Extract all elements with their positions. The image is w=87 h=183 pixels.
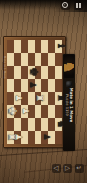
white-rook[interactable]: ♜ [35, 94, 45, 103]
knight-icon: ♞ [64, 60, 75, 73]
black-pawn[interactable]: ♟ [43, 133, 52, 141]
app-screen: ♝♚♟♟♜♜♚♟♞♜♟♟ Mate in 1 Move ♞ Mate in 1 … [0, 0, 87, 183]
white-pawn[interactable]: ♟ [22, 107, 31, 115]
puzzle-panel: ♞ Mate in 1 Move Puzzle 1159 [63, 54, 75, 151]
pause-button[interactable] [74, 1, 83, 10]
puzzle-title: Mate in 1 Move [69, 75, 74, 135]
puzzle-text: Mate in 1 Move Puzzle 1159 [64, 75, 74, 135]
next-move-button[interactable]: ▷ [63, 164, 72, 173]
previous-icon: ◁ [54, 165, 59, 172]
gear-icon [62, 2, 69, 9]
white-pawn[interactable]: ♟ [15, 133, 24, 141]
black-pawn[interactable]: ♟ [29, 82, 38, 90]
next-icon: ▷ [65, 165, 70, 172]
previous-move-button[interactable]: ◁ [52, 164, 61, 173]
board-frame-watermark: Mate in 1 Move [3, 56, 6, 82]
white-king[interactable]: ♚ [7, 106, 18, 116]
black-king[interactable]: ♚ [28, 67, 39, 77]
pieces-layer: ♝♚♟♟♜♜♚♟♞♜♟♟ [7, 40, 62, 144]
chess-board: ♝♚♟♟♜♜♚♟♞♜♟♟ [3, 36, 66, 148]
undo-button[interactable]: ↵ [75, 164, 84, 173]
black-bishop[interactable]: ♝ [56, 42, 66, 51]
settings-button[interactable] [61, 1, 70, 10]
undo-icon: ↵ [76, 165, 81, 172]
puzzle-number: Puzzle 1159 [64, 75, 69, 135]
white-pawn[interactable]: ♟ [15, 94, 24, 102]
pause-icon [76, 3, 81, 8]
